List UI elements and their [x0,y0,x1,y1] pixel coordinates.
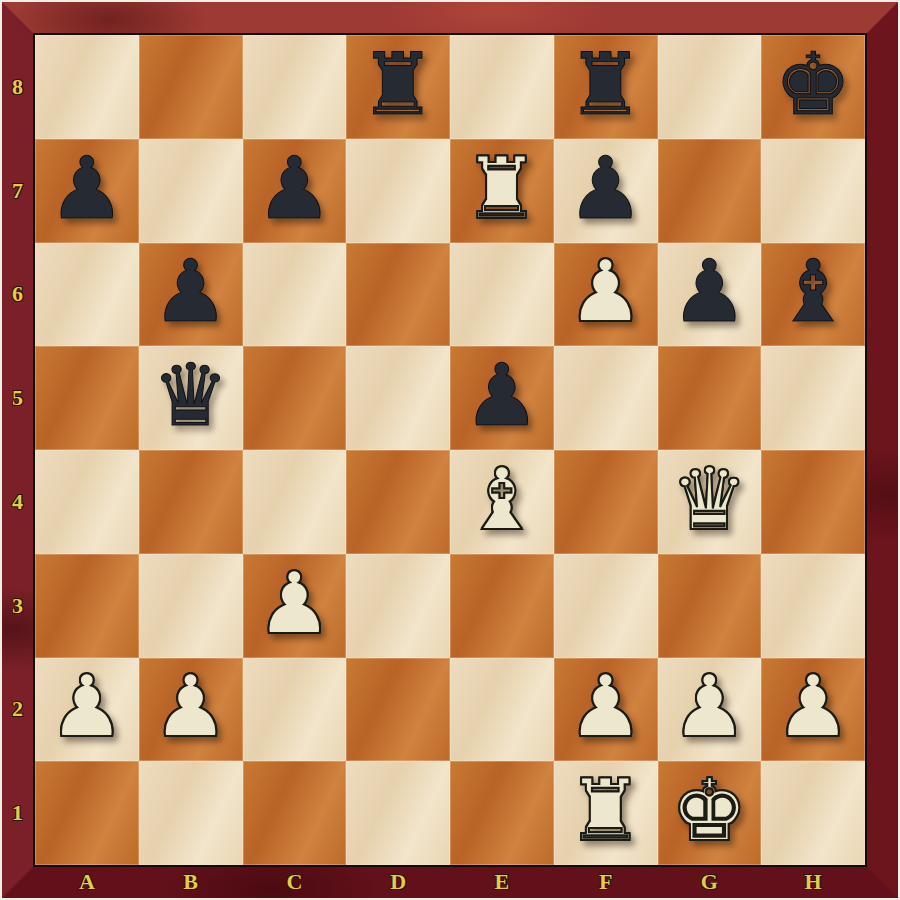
piece-black-queen[interactable]: ♛ [152,352,229,438]
square-a7[interactable]: ♟ [35,139,139,243]
chess-board: ♜♜♚♟♟♜♟♟♟♟♝♛♟♝♛♟♟♟♟♟♟♜♚ [33,33,867,867]
piece-white-rook[interactable]: ♜ [463,145,540,231]
piece-white-rook[interactable]: ♜ [567,767,644,853]
piece-black-king[interactable]: ♚ [775,41,852,127]
square-h5[interactable] [761,346,865,450]
square-d2[interactable] [346,658,450,762]
rank-label-8: 8 [2,35,33,139]
piece-white-pawn[interactable]: ♟ [152,663,229,749]
piece-white-pawn[interactable]: ♟ [256,560,333,646]
square-c7[interactable]: ♟ [243,139,347,243]
piece-black-rook[interactable]: ♜ [360,41,437,127]
square-h1[interactable] [761,761,865,865]
rank-label-5: 5 [2,346,33,450]
square-g3[interactable] [658,554,762,658]
square-f6[interactable]: ♟ [554,243,658,347]
file-label-a: A [35,867,139,897]
rank-label-7: 7 [2,139,33,243]
square-b8[interactable] [139,35,243,139]
square-h8[interactable]: ♚ [761,35,865,139]
rank-label-6: 6 [2,243,33,347]
piece-black-pawn[interactable]: ♟ [567,145,644,231]
square-e8[interactable] [450,35,554,139]
square-a3[interactable] [35,554,139,658]
square-a4[interactable] [35,450,139,554]
file-label-h: H [761,867,865,897]
piece-white-pawn[interactable]: ♟ [671,663,748,749]
square-a1[interactable] [35,761,139,865]
square-c5[interactable] [243,346,347,450]
square-c4[interactable] [243,450,347,554]
square-f2[interactable]: ♟ [554,658,658,762]
rank-label-1: 1 [2,761,33,865]
square-f8[interactable]: ♜ [554,35,658,139]
square-e5[interactable]: ♟ [450,346,554,450]
square-c8[interactable] [243,35,347,139]
piece-black-pawn[interactable]: ♟ [48,145,125,231]
piece-white-queen[interactable]: ♛ [671,456,748,542]
file-label-c: C [243,867,347,897]
rank-label-2: 2 [2,658,33,762]
square-c3[interactable]: ♟ [243,554,347,658]
file-label-b: B [139,867,243,897]
square-e2[interactable] [450,658,554,762]
square-b1[interactable] [139,761,243,865]
square-b4[interactable] [139,450,243,554]
piece-black-pawn[interactable]: ♟ [671,248,748,334]
square-f4[interactable] [554,450,658,554]
square-g4[interactable]: ♛ [658,450,762,554]
square-e6[interactable] [450,243,554,347]
square-f5[interactable] [554,346,658,450]
square-h6[interactable]: ♝ [761,243,865,347]
piece-black-pawn[interactable]: ♟ [152,248,229,334]
piece-white-pawn[interactable]: ♟ [775,663,852,749]
piece-white-pawn[interactable]: ♟ [567,248,644,334]
square-g1[interactable]: ♚ [658,761,762,865]
square-h7[interactable] [761,139,865,243]
square-g5[interactable] [658,346,762,450]
square-d8[interactable]: ♜ [346,35,450,139]
square-f3[interactable] [554,554,658,658]
square-e4[interactable]: ♝ [450,450,554,554]
square-d5[interactable] [346,346,450,450]
square-d3[interactable] [346,554,450,658]
square-f7[interactable]: ♟ [554,139,658,243]
piece-black-rook[interactable]: ♜ [567,41,644,127]
square-g7[interactable] [658,139,762,243]
square-g6[interactable]: ♟ [658,243,762,347]
rank-label-4: 4 [2,450,33,554]
square-f1[interactable]: ♜ [554,761,658,865]
rank-label-3: 3 [2,554,33,658]
square-a5[interactable] [35,346,139,450]
file-label-e: E [450,867,554,897]
square-h4[interactable] [761,450,865,554]
square-b5[interactable]: ♛ [139,346,243,450]
piece-black-pawn[interactable]: ♟ [463,352,540,438]
square-a2[interactable]: ♟ [35,658,139,762]
square-h3[interactable] [761,554,865,658]
square-c1[interactable] [243,761,347,865]
square-e1[interactable] [450,761,554,865]
piece-white-pawn[interactable]: ♟ [48,663,125,749]
square-a8[interactable] [35,35,139,139]
square-e3[interactable] [450,554,554,658]
square-b2[interactable]: ♟ [139,658,243,762]
square-g2[interactable]: ♟ [658,658,762,762]
piece-white-bishop[interactable]: ♝ [463,456,540,542]
square-e7[interactable]: ♜ [450,139,554,243]
square-a6[interactable] [35,243,139,347]
square-d1[interactable] [346,761,450,865]
piece-white-pawn[interactable]: ♟ [567,663,644,749]
piece-black-bishop[interactable]: ♝ [775,248,852,334]
square-g8[interactable] [658,35,762,139]
square-d7[interactable] [346,139,450,243]
square-d6[interactable] [346,243,450,347]
file-label-f: F [554,867,658,897]
file-labels: ABCDEFGH [35,867,865,897]
file-label-d: D [346,867,450,897]
piece-white-king[interactable]: ♚ [671,767,748,853]
square-b7[interactable] [139,139,243,243]
square-h2[interactable]: ♟ [761,658,865,762]
piece-black-pawn[interactable]: ♟ [256,145,333,231]
square-c6[interactable] [243,243,347,347]
square-d4[interactable] [346,450,450,554]
file-label-g: G [658,867,762,897]
square-b3[interactable] [139,554,243,658]
rank-labels: 87654321 [2,35,33,865]
square-b6[interactable]: ♟ [139,243,243,347]
chess-board-diagram: ♜♜♚♟♟♜♟♟♟♟♝♛♟♝♛♟♟♟♟♟♟♜♚ 87654321 ABCDEFG… [0,0,900,900]
square-c2[interactable] [243,658,347,762]
